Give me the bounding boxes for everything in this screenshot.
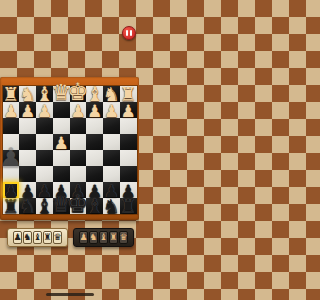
captured-tile-black-pawn: ♟ [13,231,22,244]
square-f4[interactable] [86,134,103,150]
square-e5[interactable] [70,150,87,166]
square-b2[interactable]: ♟ [19,102,36,118]
pause-bar-left [126,30,128,36]
captured-tile-black-bishop: ♝ [33,231,42,244]
square-h8[interactable]: ♜ [120,198,137,214]
pause-icon [126,30,132,36]
square-c1[interactable]: ♝ [36,86,53,102]
board-squares: ♜♞♝♛♚♝♞♜♟♟♟♟♟♟♟♟♟♟♟♟♟♟♟♟♜♞♝♛♚♝♞♜♟ [3,86,137,214]
pause-button[interactable] [122,26,136,40]
piece-white-pawn-a2[interactable]: ♟ [3,103,18,120]
square-e2[interactable]: ♟ [70,102,87,118]
captured-tile-white-rook: ♜ [109,231,118,244]
square-d3[interactable] [53,118,70,134]
square-f2[interactable]: ♟ [86,102,103,118]
square-e6[interactable] [70,166,87,182]
square-g2[interactable]: ♟ [103,102,120,118]
piece-white-pawn-e2[interactable]: ♟ [70,103,85,120]
captured-tile-white-queen: ♛ [119,231,128,244]
piece-black-bishop-f8[interactable]: ♝ [86,196,104,216]
piece-black-knight-b8[interactable]: ♞ [19,197,36,216]
square-c5[interactable] [36,150,53,166]
square-b1[interactable]: ♞ [19,86,36,102]
square-a7[interactable]: ♟ [3,182,20,198]
square-b8[interactable]: ♞ [19,198,36,214]
square-a4[interactable] [3,134,20,150]
square-g4[interactable] [103,134,120,150]
square-e1[interactable]: ♚ [70,86,87,102]
piece-white-pawn-c2[interactable]: ♟ [37,103,52,120]
square-g8[interactable]: ♞ [103,198,120,214]
square-h2[interactable]: ♟ [120,102,137,118]
captured-tile-black-rook: ♜ [43,231,52,244]
square-f8[interactable]: ♝ [86,198,103,214]
square-f6[interactable] [86,166,103,182]
piece-white-pawn-f2[interactable]: ♟ [87,103,102,120]
home-indicator-bar [46,293,94,296]
square-a2[interactable]: ♟ [3,102,20,118]
square-e4[interactable] [70,134,87,150]
captured-tile-white-bishop: ♝ [99,231,108,244]
square-f5[interactable] [86,150,103,166]
square-h5[interactable] [120,150,137,166]
captured-tile-white-knight: ♞ [89,231,98,244]
piece-white-pawn-b2[interactable]: ♟ [20,103,35,120]
captured-tile-white-pawn: ♟ [79,231,88,244]
square-e8[interactable]: ♚ [70,198,87,214]
square-g1[interactable]: ♞ [103,86,120,102]
square-b4[interactable] [19,134,36,150]
captured-tile-black-queen: ♛ [53,231,62,244]
captured-tray-white-captures: ♟♞♝♜♛ [7,228,68,247]
square-b6[interactable] [19,166,36,182]
captured-tile-black-knight: ♞ [23,231,32,244]
square-a5[interactable] [3,150,20,166]
square-h6[interactable] [120,166,137,182]
chess-board-frame: ♜♞♝♛♚♝♞♜♟♟♟♟♟♟♟♟♟♟♟♟♟♟♟♟♜♞♝♛♚♝♞♜♟ [0,77,139,220]
square-c8[interactable]: ♝ [36,198,53,214]
piece-white-pawn-g2[interactable]: ♟ [104,103,119,120]
square-c6[interactable] [36,166,53,182]
piece-black-knight-g8[interactable]: ♞ [103,197,120,216]
square-a1[interactable]: ♜ [3,86,20,102]
piece-black-pawn-a7[interactable]: ♟ [3,183,18,200]
piece-white-pawn-h2[interactable]: ♟ [121,103,136,120]
square-h4[interactable] [120,134,137,150]
square-h1[interactable]: ♜ [120,86,137,102]
square-g5[interactable] [103,150,120,166]
square-f1[interactable]: ♝ [86,86,103,102]
piece-white-pawn-d4[interactable]: ♟ [54,135,69,152]
square-c2[interactable]: ♟ [36,102,53,118]
square-c4[interactable] [36,134,53,150]
square-d6[interactable] [53,166,70,182]
square-b5[interactable] [19,150,36,166]
square-d4[interactable]: ♟ [53,134,70,150]
captured-tray-black-captures: ♟♞♝♜♛ [73,228,134,247]
pause-bar-right [130,30,132,36]
square-g6[interactable] [103,166,120,182]
square-a6[interactable] [3,166,20,182]
piece-black-rook-h8[interactable]: ♜ [120,197,137,216]
